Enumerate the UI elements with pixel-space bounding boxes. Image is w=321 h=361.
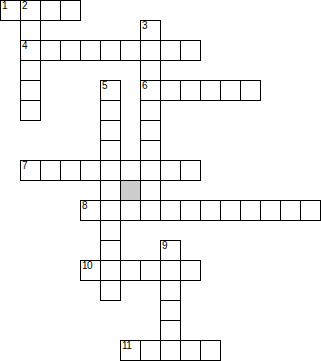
cell-c5-r9[interactable] (100, 180, 121, 201)
cell-c8-r2[interactable] (160, 40, 181, 61)
cell-c10-r17[interactable] (200, 340, 221, 361)
cell-c1-r1[interactable] (20, 20, 41, 41)
clue-number-11: 11 (122, 341, 131, 351)
cell-c7-r8[interactable] (140, 160, 161, 181)
cell-c5-r6[interactable] (100, 120, 121, 141)
cell-c4-r13[interactable]: 10 (80, 260, 101, 281)
cell-c5-r4[interactable]: 5 (100, 80, 121, 101)
cell-c5-r2[interactable] (100, 40, 121, 61)
cell-c7-r2[interactable] (140, 40, 161, 61)
cell-c3-r8[interactable] (60, 160, 81, 181)
cell-c5-r12[interactable] (100, 240, 121, 261)
cell-c6-r2[interactable] (120, 40, 141, 61)
cell-c5-r5[interactable] (100, 100, 121, 121)
cell-c6-r13[interactable] (120, 260, 141, 281)
cell-c7-r7[interactable] (140, 140, 161, 161)
cell-c1-r5[interactable] (20, 100, 41, 121)
cell-c8-r8[interactable] (160, 160, 181, 181)
cell-c8-r16[interactable] (160, 320, 181, 341)
highlighted-cell-c6-r9[interactable] (120, 180, 141, 201)
cell-c6-r17[interactable]: 11 (120, 340, 141, 361)
cell-c7-r4[interactable]: 6 (140, 80, 161, 101)
cell-c8-r17[interactable] (160, 340, 181, 361)
cell-c5-r7[interactable] (100, 140, 121, 161)
cell-c5-r8[interactable] (100, 160, 121, 181)
cell-c10-r10[interactable] (200, 200, 221, 221)
crossword-puzzle: 1234567891011 (0, 0, 321, 361)
crossword-board: 1234567891011 (0, 0, 321, 361)
cell-c13-r10[interactable] (260, 200, 281, 221)
clue-number-3: 3 (142, 21, 147, 31)
cell-c8-r12[interactable]: 9 (160, 240, 181, 261)
cell-c7-r9[interactable] (140, 180, 161, 201)
clue-number-10: 10 (82, 261, 92, 271)
cell-c7-r10[interactable] (140, 200, 161, 221)
cell-c7-r3[interactable] (140, 60, 161, 81)
cell-c9-r8[interactable] (180, 160, 201, 181)
cell-c5-r14[interactable] (100, 280, 121, 301)
cell-c1-r4[interactable] (20, 80, 41, 101)
cell-c10-r4[interactable] (200, 80, 221, 101)
clue-number-8: 8 (82, 201, 87, 211)
cell-c1-r3[interactable] (20, 60, 41, 81)
cell-c2-r2[interactable] (40, 40, 61, 61)
cell-c9-r4[interactable] (180, 80, 201, 101)
cell-c7-r17[interactable] (140, 340, 161, 361)
cell-c9-r13[interactable] (180, 260, 201, 281)
clue-number-7: 7 (22, 161, 27, 171)
cell-c2-r8[interactable] (40, 160, 61, 181)
cell-c12-r10[interactable] (240, 200, 261, 221)
clue-number-1: 1 (2, 1, 7, 11)
clue-number-6: 6 (142, 81, 147, 91)
cell-c1-r2[interactable]: 4 (20, 40, 41, 61)
cell-c5-r11[interactable] (100, 220, 121, 241)
cell-c11-r4[interactable] (220, 80, 241, 101)
cell-c9-r2[interactable] (180, 40, 201, 61)
cell-c8-r15[interactable] (160, 300, 181, 321)
cell-c1-r8[interactable]: 7 (20, 160, 41, 181)
cell-c14-r10[interactable] (280, 200, 301, 221)
cell-c6-r8[interactable] (120, 160, 141, 181)
cell-c5-r13[interactable] (100, 260, 121, 281)
cell-c7-r13[interactable] (140, 260, 161, 281)
clue-number-4: 4 (22, 41, 27, 51)
cell-c3-r0[interactable] (60, 0, 81, 21)
cell-c5-r10[interactable] (100, 200, 121, 221)
cell-c9-r10[interactable] (180, 200, 201, 221)
cell-c8-r14[interactable] (160, 280, 181, 301)
cell-c3-r2[interactable] (60, 40, 81, 61)
cell-c8-r4[interactable] (160, 80, 181, 101)
cell-c12-r4[interactable] (240, 80, 261, 101)
cell-c6-r10[interactable] (120, 200, 141, 221)
cell-c15-r10[interactable] (300, 200, 321, 221)
clue-number-5: 5 (102, 81, 107, 91)
cell-c9-r17[interactable] (180, 340, 201, 361)
cell-c7-r6[interactable] (140, 120, 161, 141)
cell-c8-r10[interactable] (160, 200, 181, 221)
clue-number-2: 2 (22, 1, 27, 11)
cell-c2-r0[interactable] (40, 0, 61, 21)
cell-c4-r8[interactable] (80, 160, 101, 181)
cell-c4-r2[interactable] (80, 40, 101, 61)
cell-c4-r10[interactable]: 8 (80, 200, 101, 221)
cell-c0-r0[interactable]: 1 (0, 0, 21, 21)
cell-c8-r13[interactable] (160, 260, 181, 281)
cell-c7-r5[interactable] (140, 100, 161, 121)
cell-c7-r1[interactable]: 3 (140, 20, 161, 41)
cell-c1-r0[interactable]: 2 (20, 0, 41, 21)
cell-c11-r10[interactable] (220, 200, 241, 221)
clue-number-9: 9 (162, 241, 167, 251)
